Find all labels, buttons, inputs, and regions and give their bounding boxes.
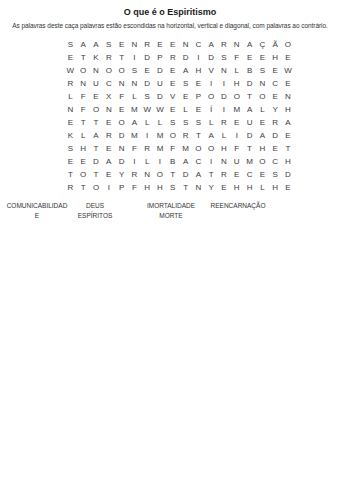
grid-cell[interactable]: I xyxy=(218,103,231,116)
grid-cell[interactable]: D xyxy=(243,77,256,90)
grid-cell[interactable]: V xyxy=(166,90,179,103)
grid-cell[interactable]: O xyxy=(256,90,269,103)
grid-cell[interactable]: O xyxy=(205,90,218,103)
grid-cell[interactable]: R xyxy=(218,116,231,129)
grid-cell[interactable]: E xyxy=(141,64,154,77)
grid-cell[interactable]: E xyxy=(218,181,231,194)
grid-cell[interactable]: L xyxy=(64,90,77,103)
word-list-entry: DEUS xyxy=(70,201,120,211)
grid-cell[interactable]: F xyxy=(230,142,243,155)
grid-cell[interactable]: D xyxy=(154,64,167,77)
grid-cell[interactable]: E xyxy=(166,64,179,77)
grid-cell[interactable]: L xyxy=(141,155,154,168)
grid-cell[interactable]: O xyxy=(77,64,90,77)
grid-cell[interactable]: O xyxy=(256,155,269,168)
grid-cell[interactable]: K xyxy=(64,129,77,142)
grid-cell[interactable]: H xyxy=(282,103,295,116)
grid-cell[interactable]: O xyxy=(154,168,167,181)
grid-cell[interactable]: I xyxy=(141,129,154,142)
grid-cell[interactable]: U xyxy=(230,155,243,168)
grid-cell[interactable]: R xyxy=(141,142,154,155)
grid-cell[interactable]: R xyxy=(218,168,231,181)
grid-cell[interactable]: W xyxy=(141,103,154,116)
grid-cell[interactable]: S xyxy=(218,51,231,64)
grid-cell[interactable]: L xyxy=(141,116,154,129)
grid-cell[interactable]: M xyxy=(230,103,243,116)
grid-cell[interactable]: B xyxy=(166,155,179,168)
grid-cell[interactable]: N xyxy=(179,38,192,51)
grid-cell[interactable]: M xyxy=(128,103,141,116)
grid-cell[interactable]: Y xyxy=(205,181,218,194)
grid-cell[interactable]: N xyxy=(115,142,128,155)
grid-cell[interactable]: R xyxy=(179,129,192,142)
grid-cell[interactable]: L xyxy=(77,129,90,142)
grid-cell[interactable]: Ç xyxy=(256,38,269,51)
grid-cell[interactable]: D xyxy=(282,168,295,181)
grid-cell[interactable]: F xyxy=(115,90,128,103)
grid-cell[interactable]: O xyxy=(115,64,128,77)
grid-cell[interactable]: E xyxy=(256,116,269,129)
grid-cell[interactable]: I xyxy=(230,129,243,142)
grid-cell[interactable]: I xyxy=(128,155,141,168)
word-list-column: COMUNICABILIDADE xyxy=(6,201,68,221)
grid-cell[interactable]: O xyxy=(205,142,218,155)
grid-cell[interactable]: T xyxy=(282,142,295,155)
grid-cell[interactable]: E xyxy=(102,168,115,181)
grid-cell[interactable]: N xyxy=(230,38,243,51)
grid-cell[interactable]: F xyxy=(128,142,141,155)
grid-cell[interactable]: N xyxy=(218,155,231,168)
grid-cell[interactable]: D xyxy=(243,129,256,142)
grid-cell[interactable]: S xyxy=(64,142,77,155)
word-list: COMUNICABILIDADEDEUSESPÍRITOSIMORTALIDAD… xyxy=(0,201,340,225)
grid-cell[interactable]: T xyxy=(90,116,103,129)
grid-cell[interactable]: O xyxy=(90,181,103,194)
grid-cell[interactable]: H xyxy=(77,142,90,155)
grid-cell[interactable]: R xyxy=(64,181,77,194)
grid-cell[interactable]: S xyxy=(192,116,205,129)
grid-cell[interactable]: Í xyxy=(205,103,218,116)
grid-cell[interactable]: U xyxy=(243,116,256,129)
grid-cell[interactable]: T xyxy=(64,168,77,181)
grid-cell[interactable]: S xyxy=(179,77,192,90)
grid-cell[interactable]: U xyxy=(90,77,103,90)
grid-cell[interactable]: A xyxy=(205,129,218,142)
word-list-column: DEUSESPÍRITOS xyxy=(70,201,120,221)
grid-cell[interactable]: R xyxy=(102,51,115,64)
grid-cell[interactable]: H xyxy=(269,51,282,64)
grid-cell[interactable]: E xyxy=(192,103,205,116)
grid-cell[interactable]: L xyxy=(179,103,192,116)
grid-cell[interactable]: S xyxy=(166,116,179,129)
grid-cell[interactable]: S xyxy=(141,90,154,103)
grid-cell[interactable]: C xyxy=(192,38,205,51)
instructions-text: As palavras deste caça palavras estão es… xyxy=(0,22,340,29)
grid-cell[interactable]: E xyxy=(282,129,295,142)
grid-cell[interactable]: T xyxy=(77,51,90,64)
grid-cell[interactable]: O xyxy=(102,64,115,77)
grid-cell[interactable]: H xyxy=(243,181,256,194)
grid-cell[interactable]: N xyxy=(64,103,77,116)
grid-cell[interactable]: A xyxy=(90,38,103,51)
grid-cell[interactable]: T xyxy=(77,181,90,194)
grid-cell[interactable]: A xyxy=(205,38,218,51)
grid-cell[interactable]: D xyxy=(269,129,282,142)
grid-cell[interactable]: A xyxy=(256,129,269,142)
grid-cell[interactable]: N xyxy=(102,103,115,116)
grid-cell[interactable]: E xyxy=(64,155,77,168)
grid-cell[interactable]: T xyxy=(243,142,256,155)
grid-cell[interactable]: D xyxy=(154,90,167,103)
grid-cell[interactable]: H xyxy=(282,155,295,168)
grid-cell[interactable]: F xyxy=(166,142,179,155)
word-list-entry: ESPÍRITOS xyxy=(70,211,120,221)
grid-cell[interactable]: N xyxy=(128,38,141,51)
grid-cell[interactable]: C xyxy=(192,155,205,168)
grid-cell[interactable]: L xyxy=(230,64,243,77)
grid-cell[interactable]: N xyxy=(90,64,103,77)
grid-cell[interactable]: A xyxy=(243,38,256,51)
grid-cell[interactable]: E xyxy=(102,142,115,155)
grid-cell[interactable]: E xyxy=(166,38,179,51)
grid-cell[interactable]: C xyxy=(102,77,115,90)
grid-cell[interactable]: U xyxy=(154,77,167,90)
grid-cell[interactable]: E xyxy=(269,64,282,77)
grid-cell[interactable]: M xyxy=(154,142,167,155)
grid-cell[interactable]: E xyxy=(115,103,128,116)
grid-cell[interactable]: W xyxy=(64,64,77,77)
grid-cell[interactable]: S xyxy=(256,64,269,77)
grid-cell[interactable]: D xyxy=(115,129,128,142)
grid-cell[interactable]: E xyxy=(179,90,192,103)
grid-cell[interactable]: L xyxy=(256,103,269,116)
grid-cell[interactable]: O xyxy=(192,142,205,155)
grid-cell[interactable]: M xyxy=(179,142,192,155)
grid-cell[interactable]: A xyxy=(128,116,141,129)
grid-cell[interactable]: A xyxy=(77,38,90,51)
grid-cell[interactable]: A xyxy=(90,129,103,142)
grid-cell[interactable]: L xyxy=(128,90,141,103)
grid-cell[interactable]: S xyxy=(269,168,282,181)
grid-cell[interactable]: O xyxy=(166,129,179,142)
grid-cell[interactable]: E xyxy=(282,77,295,90)
grid-cell[interactable]: S xyxy=(102,38,115,51)
grid-cell[interactable]: B xyxy=(243,64,256,77)
grid-cell[interactable]: H xyxy=(141,181,154,194)
grid-cell[interactable]: T xyxy=(90,168,103,181)
grid-cell[interactable]: H xyxy=(230,181,243,194)
grid-cell[interactable]: E xyxy=(77,155,90,168)
grid-cell[interactable]: N xyxy=(77,77,90,90)
grid-cell[interactable]: A xyxy=(192,168,205,181)
grid-cell[interactable]: E xyxy=(269,142,282,155)
grid-cell[interactable]: T xyxy=(166,168,179,181)
grid-cell[interactable]: E xyxy=(243,51,256,64)
grid-cell[interactable]: I xyxy=(205,77,218,90)
grid-cell[interactable]: H xyxy=(154,181,167,194)
grid-cell[interactable]: E xyxy=(115,38,128,51)
grid-cell[interactable]: P xyxy=(154,51,167,64)
grid-cell[interactable]: O xyxy=(230,90,243,103)
word-list-column: IMORTALIDADEMORTE xyxy=(143,201,199,221)
grid-cell[interactable]: K xyxy=(90,51,103,64)
grid-cell[interactable]: E xyxy=(102,116,115,129)
grid-cell[interactable]: O xyxy=(282,38,295,51)
grid-cell[interactable]: C xyxy=(269,155,282,168)
grid-cell[interactable]: I xyxy=(102,181,115,194)
grid-cell[interactable]: R xyxy=(128,168,141,181)
grid-cell[interactable]: T xyxy=(243,90,256,103)
grid-cell[interactable]: N xyxy=(128,77,141,90)
grid-cell[interactable]: I xyxy=(205,155,218,168)
grid-cell[interactable]: E xyxy=(282,51,295,64)
grid-cell[interactable]: D xyxy=(90,155,103,168)
grid-cell[interactable]: E xyxy=(166,77,179,90)
grid-cell[interactable]: D xyxy=(141,77,154,90)
grid-cell[interactable]: P xyxy=(115,181,128,194)
grid-cell[interactable]: R xyxy=(269,116,282,129)
grid-cell[interactable]: I xyxy=(192,51,205,64)
grid-cell[interactable]: R xyxy=(141,38,154,51)
grid-cell[interactable]: C xyxy=(269,77,282,90)
grid-cell[interactable]: E xyxy=(192,77,205,90)
grid-cell[interactable]: N xyxy=(192,181,205,194)
grid-cell[interactable]: N xyxy=(218,64,231,77)
grid-cell[interactable]: W xyxy=(282,64,295,77)
grid-cell[interactable]: N xyxy=(282,90,295,103)
grid-cell[interactable]: R xyxy=(102,129,115,142)
grid-cell[interactable]: L xyxy=(205,116,218,129)
grid-cell[interactable]: R xyxy=(166,51,179,64)
grid-cell[interactable]: S xyxy=(166,181,179,194)
grid-cell[interactable]: I xyxy=(218,77,231,90)
grid-cell[interactable]: F xyxy=(77,103,90,116)
grid-cell[interactable]: M xyxy=(154,129,167,142)
grid-cell[interactable]: N xyxy=(256,77,269,90)
grid-cell[interactable]: C xyxy=(243,168,256,181)
grid-cell[interactable]: L xyxy=(256,181,269,194)
grid-cell[interactable]: E xyxy=(230,168,243,181)
grid-cell[interactable]: A xyxy=(102,155,115,168)
grid-cell[interactable]: E xyxy=(90,90,103,103)
grid-cell[interactable]: H xyxy=(230,77,243,90)
grid-cell[interactable]: H xyxy=(218,142,231,155)
grid-cell[interactable]: X xyxy=(102,90,115,103)
grid-cell[interactable]: H xyxy=(192,64,205,77)
grid-cell[interactable]: D xyxy=(205,51,218,64)
grid-cell[interactable]: Ã xyxy=(269,38,282,51)
grid-cell[interactable]: O xyxy=(90,103,103,116)
grid-cell[interactable]: V xyxy=(205,64,218,77)
grid-cell[interactable]: D xyxy=(115,155,128,168)
grid-cell[interactable]: D xyxy=(141,51,154,64)
grid-cell[interactable]: E xyxy=(230,116,243,129)
grid-cell[interactable]: W xyxy=(154,103,167,116)
grid-cell[interactable]: T xyxy=(77,116,90,129)
grid-cell[interactable]: D xyxy=(179,51,192,64)
grid-cell[interactable]: I xyxy=(154,155,167,168)
grid-cell[interactable]: R xyxy=(218,38,231,51)
grid-cell[interactable]: F xyxy=(128,181,141,194)
grid-cell[interactable]: A xyxy=(243,103,256,116)
grid-cell[interactable]: F xyxy=(77,90,90,103)
grid-cell[interactable]: O xyxy=(77,168,90,181)
grid-cell[interactable]: H xyxy=(269,181,282,194)
grid-cell[interactable]: E xyxy=(269,90,282,103)
word-list-entry: COMUNICABILIDAD xyxy=(6,201,68,211)
grid-cell[interactable]: E xyxy=(154,38,167,51)
grid-cell[interactable]: T xyxy=(90,142,103,155)
grid-cell[interactable]: D xyxy=(179,168,192,181)
grid-cell[interactable]: T xyxy=(179,181,192,194)
grid-cell[interactable]: P xyxy=(192,90,205,103)
grid-cell[interactable]: E xyxy=(282,181,295,194)
grid-cell[interactable]: S xyxy=(64,38,77,51)
word-list-entry: IMORTALIDADE xyxy=(143,201,199,211)
grid-cell[interactable]: D xyxy=(218,90,231,103)
grid-cell[interactable]: Y xyxy=(269,103,282,116)
grid-cell[interactable]: H xyxy=(256,142,269,155)
grid-cell[interactable]: L xyxy=(218,129,231,142)
grid-cell[interactable]: L xyxy=(154,116,167,129)
grid-cell[interactable]: N xyxy=(115,77,128,90)
grid-cell[interactable]: R xyxy=(64,77,77,90)
grid-cell[interactable]: F xyxy=(230,51,243,64)
grid-cell[interactable]: T xyxy=(115,51,128,64)
word-list-entry: REENCARNAÇÃO xyxy=(209,201,267,211)
grid-cell[interactable]: S xyxy=(179,116,192,129)
grid-cell[interactable]: A xyxy=(179,64,192,77)
grid-cell[interactable]: E xyxy=(256,51,269,64)
word-list-entry: MORTE xyxy=(143,211,199,221)
grid-cell[interactable]: T xyxy=(205,168,218,181)
word-list-column: REENCARNAÇÃO xyxy=(209,201,267,211)
grid-cell[interactable]: M xyxy=(128,129,141,142)
grid-cell[interactable]: O xyxy=(115,116,128,129)
grid-cell[interactable]: I xyxy=(128,51,141,64)
word-list-entry: E xyxy=(6,211,68,221)
grid-cell[interactable]: E xyxy=(64,116,77,129)
grid-cell[interactable]: M xyxy=(243,155,256,168)
grid-cell[interactable]: E xyxy=(256,168,269,181)
grid-cell[interactable]: S xyxy=(128,64,141,77)
grid-cell[interactable]: E xyxy=(64,51,77,64)
grid-cell[interactable]: T xyxy=(192,129,205,142)
grid-cell[interactable]: Y xyxy=(115,168,128,181)
word-search-grid: SAASENREENCARNAÇÃOETKRTIDPRDIDSFEEHEWONO… xyxy=(64,38,294,194)
grid-cell[interactable]: E xyxy=(166,103,179,116)
page-title: O que é o Espiritismo xyxy=(0,7,340,17)
grid-cell[interactable]: A xyxy=(179,155,192,168)
grid-cell[interactable]: N xyxy=(141,168,154,181)
grid-cell[interactable]: A xyxy=(282,116,295,129)
